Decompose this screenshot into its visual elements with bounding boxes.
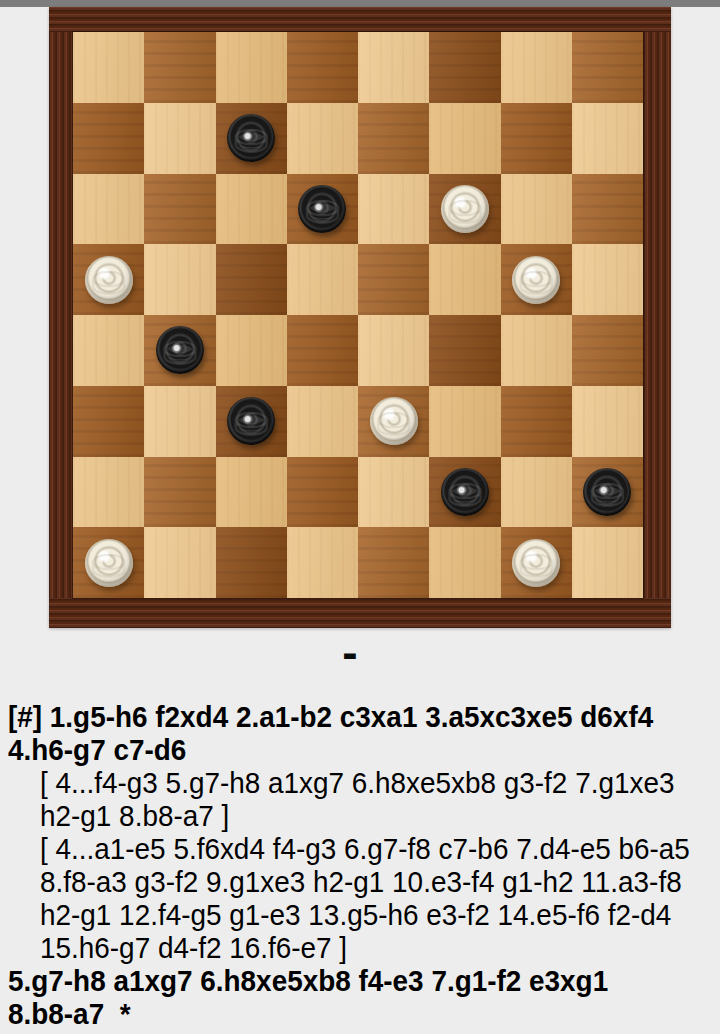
square-h4[interactable] (572, 315, 643, 386)
white-man-g1[interactable]: ⛀ (512, 539, 560, 587)
square-h7[interactable] (572, 103, 643, 174)
move-line-text: 5.g7-h8 a1xg7 6.h8xe5xb8 f4-e3 7.g1-f2 e… (8, 964, 608, 997)
board-grid: ⛂⛂⛀⛀⛀⛂⛂⛀⛂⛂⛀⛀ (73, 32, 643, 598)
move-line-text: [#] 1.g5-h6 f2xd4 2.a1-b2 c3xa1 3.a5xc3x… (8, 700, 653, 733)
square-f1[interactable] (429, 527, 500, 598)
square-b5[interactable] (144, 244, 215, 315)
square-a3[interactable] (73, 386, 144, 457)
square-c1[interactable] (216, 527, 287, 598)
square-a1[interactable]: ⛀ (73, 527, 144, 598)
move-line-9[interactable]: 5.g7-h8 a1xg7 6.h8xe5xb8 f4-e3 7.g1-f2 e… (0, 964, 720, 997)
square-g7[interactable] (501, 103, 572, 174)
move-line-text: 8.b8-a7 * (8, 997, 131, 1030)
square-c4[interactable] (216, 315, 287, 386)
square-f7[interactable] (429, 103, 500, 174)
square-g5[interactable]: ⛀ (501, 244, 572, 315)
white-draughts-man-glyph: ⛀ (446, 187, 483, 231)
square-a2[interactable] (73, 457, 144, 528)
square-a8[interactable] (73, 32, 144, 103)
square-a5[interactable]: ⛀ (73, 244, 144, 315)
square-c6[interactable] (216, 174, 287, 245)
square-e7[interactable] (358, 103, 429, 174)
square-h3[interactable] (572, 386, 643, 457)
move-line-8[interactable]: 15.h6-g7 d4-f2 16.f6-e7 ] (0, 931, 720, 964)
square-d4[interactable] (287, 315, 358, 386)
white-draughts-man-glyph: ⛀ (90, 258, 127, 302)
square-a6[interactable] (73, 174, 144, 245)
square-d7[interactable] (287, 103, 358, 174)
white-man-e3[interactable]: ⛀ (370, 397, 418, 445)
board-frame-bottom (49, 598, 671, 628)
white-man-f6[interactable]: ⛀ (441, 185, 489, 233)
move-line-text: h2-g1 12.f4-g5 g1-e3 13.g5-h6 e3-f2 14.e… (40, 898, 671, 931)
square-g8[interactable] (501, 32, 572, 103)
white-man-a1[interactable]: ⛀ (85, 539, 133, 587)
white-draughts-man-glyph: ⛀ (518, 258, 555, 302)
square-h1[interactable] (572, 527, 643, 598)
square-f5[interactable] (429, 244, 500, 315)
black-man-c7[interactable]: ⛂ (227, 114, 275, 162)
move-line-3[interactable]: [ 4...f4-g3 5.g7-h8 a1xg7 6.h8xe5xb8 g3-… (0, 766, 720, 799)
square-c3[interactable]: ⛂ (216, 386, 287, 457)
square-b8[interactable] (144, 32, 215, 103)
black-draughts-man-glyph: ⛂ (446, 470, 483, 514)
square-e6[interactable] (358, 174, 429, 245)
current-move-indicator: - (0, 632, 700, 672)
square-e5[interactable] (358, 244, 429, 315)
square-e2[interactable] (358, 457, 429, 528)
square-d8[interactable] (287, 32, 358, 103)
square-d2[interactable] (287, 457, 358, 528)
move-line-text: 4.h6-g7 c7-d6 (8, 733, 186, 766)
square-c7[interactable]: ⛂ (216, 103, 287, 174)
move-line-7[interactable]: h2-g1 12.f4-g5 g1-e3 13.g5-h6 e3-f2 14.e… (0, 898, 720, 931)
square-a4[interactable] (73, 315, 144, 386)
square-f3[interactable] (429, 386, 500, 457)
square-f4[interactable] (429, 315, 500, 386)
square-h2[interactable]: ⛂ (572, 457, 643, 528)
white-draughts-man-glyph: ⛀ (375, 399, 412, 443)
square-h5[interactable] (572, 244, 643, 315)
black-draughts-man-glyph: ⛂ (304, 187, 341, 231)
square-b3[interactable] (144, 386, 215, 457)
move-line-1[interactable]: [#] 1.g5-h6 f2xd4 2.a1-b2 c3xa1 3.a5xc3x… (0, 700, 720, 733)
square-b6[interactable] (144, 174, 215, 245)
move-line-text: 15.h6-g7 d4-f2 16.f6-e7 ] (40, 931, 347, 964)
square-f6[interactable]: ⛀ (429, 174, 500, 245)
square-f8[interactable] (429, 32, 500, 103)
square-b7[interactable] (144, 103, 215, 174)
checkers-board: ⛂⛂⛀⛀⛀⛂⛂⛀⛂⛂⛀⛀ (49, 7, 671, 628)
square-e8[interactable] (358, 32, 429, 103)
board-frame-top (49, 7, 671, 32)
square-c2[interactable] (216, 457, 287, 528)
square-d5[interactable] (287, 244, 358, 315)
square-b4[interactable]: ⛂ (144, 315, 215, 386)
black-draughts-man-glyph: ⛂ (233, 399, 270, 443)
square-c8[interactable] (216, 32, 287, 103)
square-g2[interactable] (501, 457, 572, 528)
square-b1[interactable] (144, 527, 215, 598)
square-e3[interactable]: ⛀ (358, 386, 429, 457)
move-line-text: [ 4...f4-g3 5.g7-h8 a1xg7 6.h8xe5xb8 g3-… (40, 766, 674, 799)
square-f2[interactable]: ⛂ (429, 457, 500, 528)
white-man-a5[interactable]: ⛀ (85, 256, 133, 304)
square-b2[interactable] (144, 457, 215, 528)
square-g6[interactable] (501, 174, 572, 245)
square-a7[interactable] (73, 103, 144, 174)
black-man-c3[interactable]: ⛂ (227, 397, 275, 445)
move-line-text: 8.f8-a3 g3-f2 9.g1xe3 h2-g1 10.e3-f4 g1-… (40, 865, 682, 898)
square-h8[interactable] (572, 32, 643, 103)
white-draughts-man-glyph: ⛀ (90, 541, 127, 585)
black-man-f2[interactable]: ⛂ (441, 468, 489, 516)
square-h6[interactable] (572, 174, 643, 245)
black-man-d6[interactable]: ⛂ (298, 185, 346, 233)
square-g3[interactable] (501, 386, 572, 457)
square-e1[interactable] (358, 527, 429, 598)
move-line-2[interactable]: 4.h6-g7 c7-d6 (0, 733, 720, 766)
move-line-5[interactable]: [ 4...a1-e5 5.f6xd4 f4-g3 6.g7-f8 c7-b6 … (0, 832, 720, 865)
moves-panel: [#] 1.g5-h6 f2xd4 2.a1-b2 c3xa1 3.a5xc3x… (0, 700, 720, 1030)
move-line-text: [ 4...a1-e5 5.f6xd4 f4-g3 6.g7-f8 c7-b6 … (40, 832, 690, 865)
status-bar (0, 0, 720, 7)
black-man-h2[interactable]: ⛂ (583, 468, 631, 516)
square-c5[interactable] (216, 244, 287, 315)
white-man-g5[interactable]: ⛀ (512, 256, 560, 304)
move-line-text: h2-g1 8.b8-a7 ] (40, 799, 229, 832)
square-e4[interactable] (358, 315, 429, 386)
black-draughts-man-glyph: ⛂ (233, 116, 270, 160)
black-draughts-man-glyph: ⛂ (161, 328, 198, 372)
black-draughts-man-glyph: ⛂ (589, 470, 626, 514)
move-line-6[interactable]: 8.f8-a3 g3-f2 9.g1xe3 h2-g1 10.e3-f4 g1-… (0, 865, 720, 898)
square-d6[interactable]: ⛂ (287, 174, 358, 245)
move-line-10[interactable]: 8.b8-a7 * (0, 997, 720, 1030)
white-draughts-man-glyph: ⛀ (518, 541, 555, 585)
move-line-4[interactable]: h2-g1 8.b8-a7 ] (0, 799, 720, 832)
square-g4[interactable] (501, 315, 572, 386)
square-d1[interactable] (287, 527, 358, 598)
square-d3[interactable] (287, 386, 358, 457)
square-g1[interactable]: ⛀ (501, 527, 572, 598)
black-man-b4[interactable]: ⛂ (156, 326, 204, 374)
